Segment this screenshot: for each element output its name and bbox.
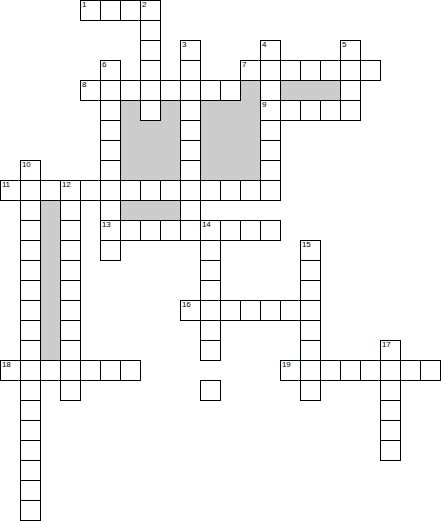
- white-cell[interactable]: [40, 360, 61, 381]
- white-cell[interactable]: [20, 240, 41, 261]
- clue-number: 11: [2, 181, 10, 189]
- white-cell[interactable]: 1: [80, 0, 101, 21]
- white-cell[interactable]: 9: [260, 100, 281, 121]
- white-cell[interactable]: [180, 200, 201, 221]
- white-cell[interactable]: [200, 320, 221, 341]
- white-cell[interactable]: [140, 40, 161, 61]
- blocked-cell: [220, 120, 241, 141]
- blocked-cell: [120, 140, 141, 161]
- white-cell[interactable]: [60, 340, 81, 361]
- white-cell[interactable]: [180, 180, 201, 201]
- white-cell[interactable]: [240, 180, 261, 201]
- white-cell[interactable]: [420, 360, 441, 381]
- blocked-cell: [40, 200, 61, 221]
- blocked-cell: [40, 260, 61, 281]
- white-cell[interactable]: 19: [280, 360, 301, 381]
- white-cell[interactable]: [340, 100, 361, 121]
- white-cell[interactable]: [200, 280, 221, 301]
- blocked-cell: [40, 240, 61, 261]
- white-cell[interactable]: [200, 180, 221, 201]
- white-cell[interactable]: [140, 20, 161, 41]
- white-cell[interactable]: [20, 480, 41, 501]
- white-cell[interactable]: [120, 180, 141, 201]
- white-cell[interactable]: [180, 220, 201, 241]
- blocked-cell: [140, 200, 161, 221]
- clue-number: 16: [182, 301, 190, 309]
- white-cell[interactable]: 7: [240, 60, 261, 81]
- clue-number: 13: [102, 221, 110, 229]
- white-cell[interactable]: [200, 80, 221, 101]
- white-cell[interactable]: [100, 180, 121, 201]
- blocked-cell: [160, 200, 181, 221]
- white-cell[interactable]: [300, 260, 321, 281]
- white-cell[interactable]: [100, 120, 121, 141]
- white-cell[interactable]: 15: [300, 240, 321, 261]
- white-cell[interactable]: [140, 100, 161, 121]
- white-cell[interactable]: [20, 360, 41, 381]
- white-cell[interactable]: [320, 100, 341, 121]
- clue-number: 19: [282, 361, 290, 369]
- clue-number: 2: [142, 1, 146, 9]
- white-cell[interactable]: [200, 340, 221, 361]
- blocked-cell: [220, 100, 241, 121]
- white-cell[interactable]: [180, 100, 201, 121]
- clue-number: 4: [262, 41, 266, 49]
- white-cell[interactable]: [20, 400, 41, 421]
- white-cell[interactable]: [140, 60, 161, 81]
- clue-number: 9: [262, 101, 266, 109]
- blocked-cell: [240, 100, 261, 121]
- white-cell[interactable]: [260, 220, 281, 241]
- blocked-cell: [120, 160, 141, 181]
- white-cell[interactable]: [280, 100, 301, 121]
- white-cell[interactable]: [300, 320, 321, 341]
- white-cell[interactable]: [120, 220, 141, 241]
- white-cell[interactable]: 18: [0, 360, 21, 381]
- blocked-cell: [40, 340, 61, 361]
- white-cell[interactable]: [60, 280, 81, 301]
- white-cell[interactable]: [300, 100, 321, 121]
- white-cell[interactable]: [20, 220, 41, 241]
- white-cell[interactable]: [160, 220, 181, 241]
- white-cell[interactable]: [20, 460, 41, 481]
- white-cell[interactable]: [20, 320, 41, 341]
- white-cell[interactable]: [320, 360, 341, 381]
- white-cell[interactable]: [380, 420, 401, 441]
- white-cell[interactable]: [240, 220, 261, 241]
- white-cell[interactable]: [280, 300, 301, 321]
- white-cell[interactable]: [140, 220, 161, 241]
- blocked-cell: [240, 120, 261, 141]
- white-cell[interactable]: [380, 400, 401, 421]
- white-cell[interactable]: [140, 180, 161, 201]
- blocked-cell: [200, 120, 221, 141]
- white-cell[interactable]: [100, 140, 121, 161]
- clue-number: 17: [382, 341, 390, 349]
- white-cell[interactable]: [280, 60, 301, 81]
- clue-number: 7: [242, 61, 246, 69]
- white-cell[interactable]: [100, 360, 121, 381]
- white-cell[interactable]: [380, 360, 401, 381]
- white-cell[interactable]: [100, 80, 121, 101]
- white-cell[interactable]: [20, 260, 41, 281]
- white-cell[interactable]: [20, 280, 41, 301]
- clue-number: 5: [342, 41, 346, 49]
- blocked-cell: [200, 140, 221, 161]
- clue-number: 1: [82, 1, 86, 9]
- white-cell[interactable]: [80, 180, 101, 201]
- blocked-cell: [140, 120, 161, 141]
- white-cell[interactable]: [180, 140, 201, 161]
- white-cell[interactable]: [300, 360, 321, 381]
- white-cell[interactable]: [100, 200, 121, 221]
- clue-number: 18: [2, 361, 10, 369]
- white-cell[interactable]: [260, 140, 281, 161]
- blocked-cell: [160, 160, 181, 181]
- white-cell[interactable]: 6: [100, 60, 121, 81]
- white-cell[interactable]: [340, 60, 361, 81]
- white-cell[interactable]: [180, 160, 201, 181]
- blocked-cell: [40, 300, 61, 321]
- white-cell[interactable]: [360, 360, 381, 381]
- white-cell[interactable]: 4: [260, 40, 281, 61]
- white-cell[interactable]: [300, 340, 321, 361]
- white-cell[interactable]: [260, 300, 281, 321]
- blocked-cell: [200, 100, 221, 121]
- white-cell[interactable]: 14: [200, 220, 221, 241]
- white-cell[interactable]: [60, 200, 81, 221]
- white-cell[interactable]: [100, 160, 121, 181]
- white-cell[interactable]: [220, 180, 241, 201]
- blocked-cell: [40, 220, 61, 241]
- blocked-cell: [120, 100, 141, 121]
- white-cell[interactable]: [20, 500, 41, 521]
- white-cell[interactable]: [180, 120, 201, 141]
- blocked-cell: [140, 160, 161, 181]
- white-cell[interactable]: [200, 240, 221, 261]
- white-cell[interactable]: [260, 60, 281, 81]
- clue-number: 8: [82, 81, 86, 89]
- white-cell[interactable]: [300, 60, 321, 81]
- white-cell[interactable]: [320, 60, 341, 81]
- blocked-cell: [300, 80, 321, 101]
- white-cell[interactable]: [140, 80, 161, 101]
- white-cell[interactable]: [200, 300, 221, 321]
- white-cell[interactable]: [100, 100, 121, 121]
- clue-number: 6: [102, 61, 106, 69]
- blocked-cell: [200, 160, 221, 181]
- white-cell[interactable]: [380, 440, 401, 461]
- blocked-cell: [320, 80, 341, 101]
- white-cell[interactable]: [120, 0, 141, 21]
- blocked-cell: [160, 100, 181, 121]
- blocked-cell: [220, 160, 241, 181]
- white-cell[interactable]: [20, 440, 41, 461]
- white-cell[interactable]: [220, 80, 241, 101]
- white-cell[interactable]: [340, 80, 361, 101]
- white-cell[interactable]: [200, 260, 221, 281]
- white-cell[interactable]: [60, 360, 81, 381]
- white-cell[interactable]: [120, 80, 141, 101]
- white-cell[interactable]: [20, 420, 41, 441]
- white-cell[interactable]: [100, 240, 121, 261]
- white-cell[interactable]: 16: [180, 300, 201, 321]
- blocked-cell: [160, 140, 181, 161]
- white-cell[interactable]: [300, 300, 321, 321]
- white-cell[interactable]: [240, 300, 261, 321]
- white-cell[interactable]: [20, 180, 41, 201]
- white-cell[interactable]: [160, 180, 181, 201]
- white-cell[interactable]: 17: [380, 340, 401, 361]
- white-cell[interactable]: [60, 240, 81, 261]
- white-cell[interactable]: 13: [100, 220, 121, 241]
- blocked-cell: [160, 120, 181, 141]
- blocked-cell: [120, 200, 141, 221]
- white-cell[interactable]: [300, 280, 321, 301]
- white-cell[interactable]: [260, 160, 281, 181]
- white-cell[interactable]: [20, 340, 41, 361]
- white-cell[interactable]: [20, 200, 41, 221]
- clue-number: 10: [22, 161, 30, 169]
- white-cell[interactable]: [60, 220, 81, 241]
- clue-number: 12: [62, 181, 70, 189]
- clue-number: 3: [182, 41, 186, 49]
- white-cell[interactable]: 12: [60, 180, 81, 201]
- white-cell[interactable]: [60, 260, 81, 281]
- white-cell[interactable]: [200, 380, 221, 401]
- white-cell[interactable]: [20, 300, 41, 321]
- white-cell[interactable]: [220, 220, 241, 241]
- white-cell[interactable]: 8: [80, 80, 101, 101]
- white-cell[interactable]: [60, 380, 81, 401]
- white-cell[interactable]: [260, 80, 281, 101]
- white-cell[interactable]: [400, 360, 421, 381]
- white-cell[interactable]: [100, 0, 121, 21]
- white-cell[interactable]: 10: [20, 160, 41, 181]
- white-cell[interactable]: [360, 60, 381, 81]
- crossword-board: 12345678910111213141516171819: [0, 0, 441, 521]
- white-cell[interactable]: [220, 300, 241, 321]
- blocked-cell: [240, 160, 261, 181]
- white-cell[interactable]: 5: [340, 40, 361, 61]
- white-cell[interactable]: [160, 80, 181, 101]
- white-cell[interactable]: [80, 360, 101, 381]
- blocked-cell: [140, 140, 161, 161]
- blocked-cell: [280, 80, 301, 101]
- blocked-cell: [40, 320, 61, 341]
- white-cell[interactable]: [180, 80, 201, 101]
- white-cell[interactable]: [260, 180, 281, 201]
- white-cell[interactable]: 11: [0, 180, 21, 201]
- white-cell[interactable]: [180, 60, 201, 81]
- blocked-cell: [240, 80, 261, 101]
- white-cell[interactable]: [20, 380, 41, 401]
- clue-number: 14: [202, 221, 210, 229]
- blocked-cell: [120, 120, 141, 141]
- white-cell[interactable]: 3: [180, 40, 201, 61]
- blocked-cell: [220, 140, 241, 161]
- white-cell[interactable]: [40, 180, 61, 201]
- white-cell[interactable]: [60, 320, 81, 341]
- blocked-cell: [240, 140, 261, 161]
- white-cell[interactable]: [340, 360, 361, 381]
- white-cell[interactable]: [120, 360, 141, 381]
- white-cell[interactable]: 2: [140, 0, 161, 21]
- white-cell[interactable]: [60, 300, 81, 321]
- white-cell[interactable]: [380, 380, 401, 401]
- clue-number: 15: [302, 241, 310, 249]
- white-cell[interactable]: [260, 120, 281, 141]
- blocked-cell: [40, 280, 61, 301]
- white-cell[interactable]: [300, 380, 321, 401]
